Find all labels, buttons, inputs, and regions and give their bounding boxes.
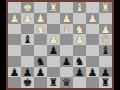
square-h6[interactable] [8,56,21,67]
piece-wK-g1: ♚ [23,2,32,13]
square-h3[interactable] [8,24,21,35]
square-h1[interactable] [8,2,21,13]
square-d2[interactable]: ♟ [60,13,73,24]
square-f7[interactable]: ♟ [34,67,47,78]
piece-bP-a7: ♟ [101,67,110,78]
piece-wB-c1: ♝ [75,2,84,13]
piece-bP-e5: ♟ [49,45,58,56]
square-b3[interactable] [86,24,99,35]
piece-wP-e4: ♟ [49,34,58,45]
piece-bB-a5: ♝ [101,45,110,56]
square-a7[interactable]: ♟ [99,67,112,78]
square-g2[interactable]: ♟ [21,13,34,24]
square-c8[interactable] [73,77,86,88]
square-f6[interactable]: ♞ [34,56,47,67]
square-g3[interactable] [21,24,34,35]
square-g1[interactable]: ♚ [21,2,34,13]
square-h2[interactable]: ♟ [8,13,21,24]
square-e3[interactable] [47,24,60,35]
piece-bP-h7: ♟ [10,67,19,78]
square-f3[interactable]: ♞ [34,24,47,35]
piece-wR-e1: ♜ [49,2,58,13]
square-d4[interactable] [60,34,73,45]
square-e5[interactable]: ♟ [47,45,60,56]
square-b1[interactable] [86,2,99,13]
square-a1[interactable]: ♜ [99,2,112,13]
square-b2[interactable]: ♟ [86,13,99,24]
letterbox-left [0,0,6,90]
square-b7[interactable]: ♟ [86,67,99,78]
piece-wR-a1: ♜ [101,2,110,13]
piece-bP-b7: ♟ [88,67,97,78]
square-d3[interactable]: ♝ [60,24,73,35]
square-a6[interactable] [99,56,112,67]
square-e1[interactable]: ♜ [47,2,60,13]
square-b8[interactable] [86,77,99,88]
piece-wP-h2: ♟ [10,13,19,24]
square-g6[interactable] [21,56,34,67]
piece-bB-g4: ♝ [23,34,32,45]
piece-bN-c6: ♞ [75,56,84,67]
square-c3[interactable]: ♞ [73,24,86,35]
letterbox-right [114,0,120,90]
square-e6[interactable] [47,56,60,67]
square-e7[interactable] [47,67,60,78]
square-c1[interactable]: ♝ [73,2,86,13]
square-f5[interactable] [34,45,47,56]
square-f8[interactable] [34,77,47,88]
piece-wP-c4: ♟ [75,34,84,45]
square-b6[interactable] [86,56,99,67]
square-a2[interactable] [99,13,112,24]
piece-wN-f3: ♞ [36,24,45,35]
square-d6[interactable]: ♟ [60,56,73,67]
piece-bP-d6: ♟ [62,56,71,67]
square-f1[interactable] [34,2,47,13]
square-g4[interactable]: ♝ [21,34,34,45]
square-b4[interactable] [86,34,99,45]
piece-wP-f2: ♟ [36,13,45,24]
square-a5[interactable]: ♝ [99,45,112,56]
square-d7[interactable] [60,67,73,78]
piece-bP-c7: ♟ [75,67,84,78]
square-b5[interactable] [86,45,99,56]
square-a3[interactable]: ♟ [99,24,112,35]
square-c5[interactable] [73,45,86,56]
square-c2[interactable] [73,13,86,24]
square-a8[interactable]: ♜ [99,77,112,88]
square-h7[interactable]: ♟ [8,67,21,78]
square-e4[interactable]: ♟ [47,34,60,45]
square-f2[interactable]: ♟ [34,13,47,24]
piece-bQ-d8: ♛ [62,77,71,88]
square-d5[interactable] [60,45,73,56]
piece-bP-g7: ♟ [23,67,32,78]
square-c4[interactable]: ♟ [73,34,86,45]
piece-bR-e8: ♜ [49,77,58,88]
piece-bR-a8: ♜ [101,77,110,88]
piece-wP-g2: ♟ [23,13,32,24]
square-g5[interactable] [21,45,34,56]
square-c6[interactable]: ♞ [73,56,86,67]
square-h5[interactable] [8,45,21,56]
square-c7[interactable]: ♟ [73,67,86,78]
square-f4[interactable] [34,34,47,45]
square-h4[interactable] [8,34,21,45]
piece-wP-a3: ♟ [101,24,110,35]
piece-wP-b2: ♟ [88,13,97,24]
piece-bK-g8: ♚ [23,77,32,88]
piece-wN-c3: ♞ [75,24,84,35]
piece-wB-d3: ♝ [62,24,71,35]
piece-bP-f7: ♟ [36,67,45,78]
square-e8[interactable]: ♜ [47,77,60,88]
piece-wP-d2: ♟ [62,13,71,24]
square-d1[interactable] [60,2,73,13]
square-h8[interactable] [8,77,21,88]
square-g8[interactable]: ♚ [21,77,34,88]
square-e2[interactable] [47,13,60,24]
square-d8[interactable]: ♛ [60,77,73,88]
square-a4[interactable]: ♛ [99,34,112,45]
piece-bN-f6: ♞ [36,56,45,67]
chess-board: ♚♜♝♜♟♟♟♟♟♞♝♞♟♝♟♟♛♟♝♞♟♞♟♟♟♟♟♟♚♜♛♜ [8,2,112,88]
square-g7[interactable]: ♟ [21,67,34,78]
piece-wQ-a4: ♛ [101,34,110,45]
